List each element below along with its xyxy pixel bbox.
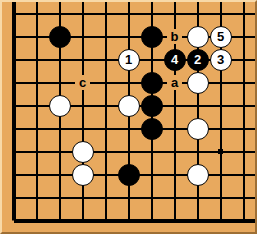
intersection-6-2 xyxy=(117,25,140,48)
intersection-6-5 xyxy=(117,94,140,117)
intersection-3-9 xyxy=(48,186,71,209)
point-label-b: b xyxy=(167,29,182,44)
intersection-9-4 xyxy=(186,71,209,94)
intersection-10-8 xyxy=(209,163,232,186)
black-stone xyxy=(141,26,163,48)
intersection-5-7 xyxy=(94,140,117,163)
intersection-6-9 xyxy=(117,186,140,209)
intersection-4-9 xyxy=(71,186,94,209)
intersection-6-3: 1 xyxy=(117,48,140,71)
intersection-7-9 xyxy=(140,186,163,209)
intersection-2-1 xyxy=(25,2,48,25)
intersection-10-3: 3 xyxy=(209,48,232,71)
white-stone xyxy=(187,164,209,186)
intersection-10-7 xyxy=(209,140,232,163)
white-stone xyxy=(118,95,140,117)
intersection-9-10 xyxy=(186,209,209,232)
intersection-8-4: a xyxy=(163,71,186,94)
intersection-3-8 xyxy=(48,163,71,186)
intersection-11-1 xyxy=(232,2,255,25)
intersection-10-6 xyxy=(209,117,232,140)
intersection-8-5 xyxy=(163,94,186,117)
intersection-2-7 xyxy=(25,140,48,163)
go-board: b51423ca xyxy=(2,2,255,232)
intersection-4-3 xyxy=(71,48,94,71)
intersection-7-1 xyxy=(140,2,163,25)
intersection-7-6 xyxy=(140,117,163,140)
intersection-9-2 xyxy=(186,25,209,48)
intersection-5-3 xyxy=(94,48,117,71)
intersection-8-9 xyxy=(163,186,186,209)
intersection-1-1 xyxy=(2,2,25,25)
point-label-c: c xyxy=(75,75,90,90)
white-stone xyxy=(187,118,209,140)
intersection-1-5 xyxy=(2,94,25,117)
intersection-3-5 xyxy=(48,94,71,117)
intersection-2-6 xyxy=(25,117,48,140)
intersection-11-2 xyxy=(232,25,255,48)
intersection-1-6 xyxy=(2,117,25,140)
intersection-2-2 xyxy=(25,25,48,48)
intersection-10-10 xyxy=(209,209,232,232)
intersection-11-7 xyxy=(232,140,255,163)
intersection-9-3: 2 xyxy=(186,48,209,71)
intersection-3-2 xyxy=(48,25,71,48)
intersection-8-7 xyxy=(163,140,186,163)
black-stone xyxy=(141,72,163,94)
intersection-4-5 xyxy=(71,94,94,117)
intersection-8-10 xyxy=(163,209,186,232)
intersection-3-4 xyxy=(48,71,71,94)
black-stone-move-2: 2 xyxy=(187,49,209,71)
intersection-7-10 xyxy=(140,209,163,232)
intersection-2-3 xyxy=(25,48,48,71)
intersection-6-1 xyxy=(117,2,140,25)
intersection-5-9 xyxy=(94,186,117,209)
intersection-10-1 xyxy=(209,2,232,25)
intersection-11-9 xyxy=(232,186,255,209)
intersection-7-8 xyxy=(140,163,163,186)
white-stone-move-3: 3 xyxy=(210,49,232,71)
intersection-2-4 xyxy=(25,71,48,94)
intersection-9-7 xyxy=(186,140,209,163)
intersection-8-6 xyxy=(163,117,186,140)
black-stone xyxy=(141,95,163,117)
point-label-a: a xyxy=(167,75,182,90)
intersection-9-9 xyxy=(186,186,209,209)
intersection-10-9 xyxy=(209,186,232,209)
intersection-9-6 xyxy=(186,117,209,140)
intersection-1-9 xyxy=(2,186,25,209)
white-stone xyxy=(72,164,94,186)
intersection-1-7 xyxy=(2,140,25,163)
white-stone-move-5: 5 xyxy=(210,26,232,48)
white-stone-move-1: 1 xyxy=(118,49,140,71)
intersection-3-6 xyxy=(48,117,71,140)
intersection-2-5 xyxy=(25,94,48,117)
intersection-5-8 xyxy=(94,163,117,186)
intersection-11-10 xyxy=(232,209,255,232)
intersection-7-2 xyxy=(140,25,163,48)
intersection-8-2: b xyxy=(163,25,186,48)
intersection-3-7 xyxy=(48,140,71,163)
intersection-3-1 xyxy=(48,2,71,25)
intersection-10-4 xyxy=(209,71,232,94)
intersection-10-5 xyxy=(209,94,232,117)
intersection-11-6 xyxy=(232,117,255,140)
intersection-1-4 xyxy=(2,71,25,94)
intersection-7-7 xyxy=(140,140,163,163)
intersection-4-4: c xyxy=(71,71,94,94)
intersection-2-8 xyxy=(25,163,48,186)
black-stone xyxy=(141,118,163,140)
intersection-5-10 xyxy=(94,209,117,232)
intersection-7-5 xyxy=(140,94,163,117)
intersection-6-10 xyxy=(117,209,140,232)
intersection-1-2 xyxy=(2,25,25,48)
intersection-11-3 xyxy=(232,48,255,71)
black-stone xyxy=(49,26,71,48)
intersection-1-8 xyxy=(2,163,25,186)
white-stone xyxy=(187,72,209,94)
intersection-8-3: 4 xyxy=(163,48,186,71)
intersection-2-10 xyxy=(25,209,48,232)
intersection-1-10 xyxy=(2,209,25,232)
intersection-5-5 xyxy=(94,94,117,117)
intersection-10-2: 5 xyxy=(209,25,232,48)
intersection-4-10 xyxy=(71,209,94,232)
intersection-6-6 xyxy=(117,117,140,140)
intersection-5-6 xyxy=(94,117,117,140)
intersection-9-1 xyxy=(186,2,209,25)
star-point xyxy=(218,149,223,154)
intersection-5-4 xyxy=(94,71,117,94)
intersection-4-6 xyxy=(71,117,94,140)
intersection-4-2 xyxy=(71,25,94,48)
intersection-7-4 xyxy=(140,71,163,94)
intersection-9-5 xyxy=(186,94,209,117)
intersection-11-4 xyxy=(232,71,255,94)
intersection-3-3 xyxy=(48,48,71,71)
intersection-11-8 xyxy=(232,163,255,186)
intersection-5-1 xyxy=(94,2,117,25)
intersection-6-7 xyxy=(117,140,140,163)
intersection-1-3 xyxy=(2,48,25,71)
white-stone xyxy=(49,95,71,117)
intersection-7-3 xyxy=(140,48,163,71)
go-diagram: b51423ca xyxy=(0,0,257,234)
intersection-5-2 xyxy=(94,25,117,48)
intersection-3-10 xyxy=(48,209,71,232)
intersection-4-8 xyxy=(71,163,94,186)
intersection-9-8 xyxy=(186,163,209,186)
black-stone xyxy=(118,164,140,186)
intersection-2-9 xyxy=(25,186,48,209)
intersection-11-5 xyxy=(232,94,255,117)
white-stone xyxy=(187,26,209,48)
intersection-6-8 xyxy=(117,163,140,186)
white-stone xyxy=(72,141,94,163)
intersection-4-7 xyxy=(71,140,94,163)
intersection-8-1 xyxy=(163,2,186,25)
intersection-4-1 xyxy=(71,2,94,25)
black-stone-move-4: 4 xyxy=(164,49,186,71)
intersection-8-8 xyxy=(163,163,186,186)
intersection-6-4 xyxy=(117,71,140,94)
